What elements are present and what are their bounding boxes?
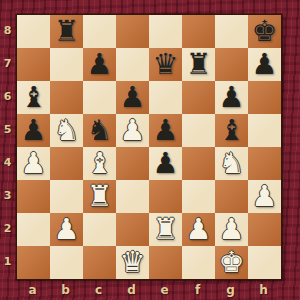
- square-a4[interactable]: ♟: [17, 147, 50, 180]
- piece-white-pawn[interactable]: ♟: [182, 213, 215, 246]
- piece-black-bishop[interactable]: ♝: [215, 114, 248, 147]
- square-g4[interactable]: ♞: [215, 147, 248, 180]
- square-d6[interactable]: ♟: [116, 81, 149, 114]
- square-e6[interactable]: [149, 81, 182, 114]
- piece-black-knight[interactable]: ♞: [83, 114, 116, 147]
- square-f5[interactable]: [182, 114, 215, 147]
- square-h6[interactable]: [248, 81, 281, 114]
- square-f3[interactable]: [182, 180, 215, 213]
- rank-label-3: 3: [0, 179, 15, 212]
- rank-label-4: 4: [0, 146, 15, 179]
- square-f8[interactable]: [182, 15, 215, 48]
- piece-white-pawn[interactable]: ♟: [248, 180, 281, 213]
- square-h4[interactable]: [248, 147, 281, 180]
- piece-white-rook[interactable]: ♜: [149, 213, 182, 246]
- rank-label-8: 8: [0, 14, 15, 47]
- square-c2[interactable]: [83, 213, 116, 246]
- square-g8[interactable]: [215, 15, 248, 48]
- square-g5[interactable]: ♝: [215, 114, 248, 147]
- piece-white-pawn[interactable]: ♟: [50, 213, 83, 246]
- square-b5[interactable]: ♞: [50, 114, 83, 147]
- square-e4[interactable]: ♟: [149, 147, 182, 180]
- square-d3[interactable]: [116, 180, 149, 213]
- piece-white-pawn[interactable]: ♟: [116, 114, 149, 147]
- square-b1[interactable]: [50, 246, 83, 279]
- square-e2[interactable]: ♜: [149, 213, 182, 246]
- file-label-h: h: [247, 281, 280, 299]
- square-c3[interactable]: ♜: [83, 180, 116, 213]
- square-g6[interactable]: ♟: [215, 81, 248, 114]
- piece-black-pawn[interactable]: ♟: [149, 114, 182, 147]
- piece-black-rook[interactable]: ♜: [182, 48, 215, 81]
- square-e5[interactable]: ♟: [149, 114, 182, 147]
- square-f6[interactable]: [182, 81, 215, 114]
- square-h3[interactable]: ♟: [248, 180, 281, 213]
- file-label-a: a: [16, 281, 49, 299]
- piece-white-bishop[interactable]: ♝: [83, 147, 116, 180]
- piece-white-pawn[interactable]: ♟: [215, 213, 248, 246]
- square-a1[interactable]: [17, 246, 50, 279]
- piece-black-pawn[interactable]: ♟: [17, 114, 50, 147]
- piece-black-pawn[interactable]: ♟: [83, 48, 116, 81]
- square-b7[interactable]: [50, 48, 83, 81]
- square-g3[interactable]: [215, 180, 248, 213]
- square-e7[interactable]: ♛: [149, 48, 182, 81]
- file-label-c: c: [82, 281, 115, 299]
- square-a3[interactable]: [17, 180, 50, 213]
- piece-white-king[interactable]: ♚: [215, 246, 248, 279]
- piece-black-king[interactable]: ♚: [248, 15, 281, 48]
- square-a6[interactable]: ♝: [17, 81, 50, 114]
- square-d2[interactable]: [116, 213, 149, 246]
- square-f4[interactable]: [182, 147, 215, 180]
- piece-black-pawn[interactable]: ♟: [215, 81, 248, 114]
- chess-board: ♜♚♟♛♜♟♝♟♟♟♞♞♟♟♝♟♝♟♞♜♟♟♜♟♟♛♚: [16, 14, 282, 280]
- square-c4[interactable]: ♝: [83, 147, 116, 180]
- square-h5[interactable]: [248, 114, 281, 147]
- square-e1[interactable]: [149, 246, 182, 279]
- file-label-e: e: [148, 281, 181, 299]
- rank-label-5: 5: [0, 113, 15, 146]
- rank-label-2: 2: [0, 212, 15, 245]
- square-e8[interactable]: [149, 15, 182, 48]
- square-c7[interactable]: ♟: [83, 48, 116, 81]
- square-h1[interactable]: [248, 246, 281, 279]
- square-h2[interactable]: [248, 213, 281, 246]
- square-c6[interactable]: [83, 81, 116, 114]
- file-label-d: d: [115, 281, 148, 299]
- piece-white-pawn[interactable]: ♟: [17, 147, 50, 180]
- file-label-g: g: [214, 281, 247, 299]
- square-c5[interactable]: ♞: [83, 114, 116, 147]
- square-a5[interactable]: ♟: [17, 114, 50, 147]
- square-g1[interactable]: ♚: [215, 246, 248, 279]
- piece-white-rook[interactable]: ♜: [83, 180, 116, 213]
- square-h8[interactable]: ♚: [248, 15, 281, 48]
- square-e3[interactable]: [149, 180, 182, 213]
- square-g2[interactable]: ♟: [215, 213, 248, 246]
- square-h7[interactable]: ♟: [248, 48, 281, 81]
- square-b3[interactable]: [50, 180, 83, 213]
- square-b6[interactable]: [50, 81, 83, 114]
- chess-board-screenshot: ♜♚♟♛♜♟♝♟♟♟♞♞♟♟♝♟♝♟♞♜♟♟♜♟♟♛♚ 87654321abcd…: [0, 0, 300, 300]
- square-c1[interactable]: [83, 246, 116, 279]
- piece-white-queen[interactable]: ♛: [116, 246, 149, 279]
- piece-black-rook[interactable]: ♜: [50, 15, 83, 48]
- file-label-f: f: [181, 281, 214, 299]
- square-f2[interactable]: ♟: [182, 213, 215, 246]
- square-d7[interactable]: [116, 48, 149, 81]
- square-a8[interactable]: [17, 15, 50, 48]
- square-d1[interactable]: ♛: [116, 246, 149, 279]
- piece-black-pawn[interactable]: ♟: [149, 147, 182, 180]
- square-a2[interactable]: [17, 213, 50, 246]
- square-a7[interactable]: [17, 48, 50, 81]
- rank-label-1: 1: [0, 245, 15, 278]
- piece-black-queen[interactable]: ♛: [149, 48, 182, 81]
- square-d4[interactable]: [116, 147, 149, 180]
- piece-black-bishop[interactable]: ♝: [17, 81, 50, 114]
- square-c8[interactable]: [83, 15, 116, 48]
- square-d5[interactable]: ♟: [116, 114, 149, 147]
- piece-white-knight[interactable]: ♞: [215, 147, 248, 180]
- square-g7[interactable]: [215, 48, 248, 81]
- square-f1[interactable]: [182, 246, 215, 279]
- square-d8[interactable]: [116, 15, 149, 48]
- square-b8[interactable]: ♜: [50, 15, 83, 48]
- square-b2[interactable]: ♟: [50, 213, 83, 246]
- piece-black-pawn[interactable]: ♟: [248, 48, 281, 81]
- square-b4[interactable]: [50, 147, 83, 180]
- file-label-b: b: [49, 281, 82, 299]
- piece-white-knight[interactable]: ♞: [50, 114, 83, 147]
- rank-label-7: 7: [0, 47, 15, 80]
- square-f7[interactable]: ♜: [182, 48, 215, 81]
- rank-label-6: 6: [0, 80, 15, 113]
- piece-black-pawn[interactable]: ♟: [116, 81, 149, 114]
